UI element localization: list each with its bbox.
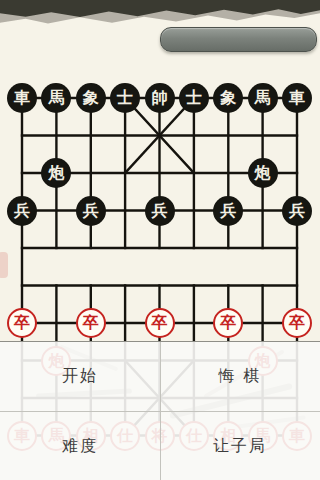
black-piece-帥[interactable]: 帥 [145,83,175,113]
menu-item-undo[interactable]: 悔 棋 [160,342,320,411]
menu-item-handicap-label: 让子局 [213,436,267,457]
menu-item-undo-label: 悔 棋 [219,366,261,387]
red-piece-卒[interactable]: 卒 [76,308,106,338]
black-piece-兵[interactable]: 兵 [76,196,106,226]
menu-item-start-label: 开始 [62,366,98,387]
red-piece-卒[interactable]: 卒 [282,308,312,338]
game-menu-panel: 开始 悔 棋 难度 让子局 [0,341,320,480]
black-piece-兵[interactable]: 兵 [7,196,37,226]
black-piece-車[interactable]: 車 [282,83,312,113]
menu-item-start[interactable]: 开始 [0,342,160,411]
black-piece-士[interactable]: 士 [110,83,140,113]
black-piece-炮[interactable]: 炮 [248,158,278,188]
black-piece-士[interactable]: 士 [179,83,209,113]
black-piece-車[interactable]: 車 [7,83,37,113]
black-piece-兵[interactable]: 兵 [145,196,175,226]
red-piece-卒[interactable]: 卒 [7,308,37,338]
menu-item-difficulty-label: 难度 [62,436,98,457]
black-piece-兵[interactable]: 兵 [282,196,312,226]
menu-item-difficulty[interactable]: 难度 [0,412,160,480]
red-piece-卒[interactable]: 卒 [145,308,175,338]
menu-item-handicap[interactable]: 让子局 [160,412,320,480]
black-piece-兵[interactable]: 兵 [213,196,243,226]
black-piece-馬[interactable]: 馬 [248,83,278,113]
black-piece-象[interactable]: 象 [76,83,106,113]
